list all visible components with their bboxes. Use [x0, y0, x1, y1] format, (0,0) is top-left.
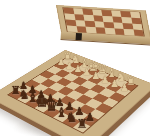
box-clasp [76, 33, 82, 40]
box-square [133, 30, 144, 37]
product-photo: ♜♞♝♚♛♝♞♜♟♟♟♟♟♟♟♟♟♟♟♟♟♟♟♟♜♞♝♚♛♝♞♜ [0, 0, 150, 136]
